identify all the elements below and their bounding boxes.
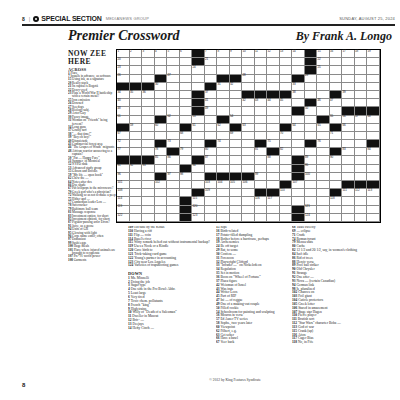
grid-cell[interactable] bbox=[130, 206, 143, 214]
grid-cell[interactable] bbox=[267, 214, 280, 222]
grid-cell[interactable] bbox=[355, 124, 368, 132]
grid-cell[interactable]: 94 bbox=[192, 165, 205, 173]
grid-cell[interactable] bbox=[155, 214, 168, 222]
grid-cell[interactable]: 63 bbox=[242, 124, 255, 132]
grid-cell[interactable] bbox=[142, 148, 155, 156]
grid-cell[interactable] bbox=[330, 206, 343, 214]
grid-cell[interactable] bbox=[317, 148, 330, 156]
grid-cell[interactable]: 43 bbox=[255, 99, 268, 107]
grid-cell[interactable]: 116 bbox=[255, 197, 268, 205]
grid-cell[interactable] bbox=[167, 124, 180, 132]
grid-cell[interactable] bbox=[267, 107, 280, 115]
grid-cell[interactable]: 66 bbox=[342, 124, 355, 132]
grid-cell[interactable] bbox=[267, 206, 280, 214]
grid-cell[interactable] bbox=[180, 156, 193, 164]
grid-cell[interactable] bbox=[305, 181, 318, 189]
grid-cell[interactable] bbox=[230, 156, 243, 164]
grid-cell[interactable]: 117 bbox=[267, 197, 280, 205]
grid-cell[interactable]: 124 bbox=[305, 214, 318, 222]
grid-cell[interactable] bbox=[230, 140, 243, 148]
grid-cell[interactable]: 76 bbox=[317, 140, 330, 148]
grid-cell[interactable] bbox=[142, 132, 155, 140]
grid-cell[interactable] bbox=[205, 165, 218, 173]
grid-cell[interactable] bbox=[355, 140, 368, 148]
grid-cell[interactable] bbox=[217, 66, 230, 74]
grid-cell[interactable]: 75 bbox=[267, 140, 280, 148]
grid-cell[interactable] bbox=[280, 165, 293, 173]
grid-cell[interactable] bbox=[317, 165, 330, 173]
grid-cell[interactable] bbox=[192, 132, 205, 140]
grid-cell[interactable] bbox=[242, 148, 255, 156]
grid-cell[interactable]: 46 bbox=[317, 99, 330, 107]
grid-cell[interactable] bbox=[192, 148, 205, 156]
grid-cell[interactable] bbox=[305, 132, 318, 140]
grid-cell[interactable] bbox=[255, 206, 268, 214]
grid-cell[interactable] bbox=[267, 124, 280, 132]
grid-cell[interactable] bbox=[367, 197, 380, 205]
grid-cell[interactable] bbox=[292, 66, 305, 74]
grid-cell[interactable]: 93 bbox=[142, 165, 155, 173]
grid-cell[interactable]: 44 bbox=[267, 99, 280, 107]
grid-cell[interactable] bbox=[355, 99, 368, 107]
grid-cell[interactable] bbox=[342, 58, 355, 66]
grid-cell[interactable] bbox=[330, 214, 343, 222]
grid-cell[interactable] bbox=[355, 197, 368, 205]
grid-cell[interactable] bbox=[155, 206, 168, 214]
grid-cell[interactable] bbox=[155, 91, 168, 99]
grid-cell[interactable] bbox=[142, 140, 155, 148]
grid-cell[interactable] bbox=[230, 58, 243, 66]
grid-cell[interactable] bbox=[205, 66, 218, 74]
grid-cell[interactable]: 73 bbox=[167, 140, 180, 148]
grid-cell[interactable] bbox=[330, 165, 343, 173]
grid-cell[interactable] bbox=[155, 197, 168, 205]
grid-cell[interactable] bbox=[142, 206, 155, 214]
grid-cell[interactable] bbox=[267, 75, 280, 83]
grid-cell[interactable] bbox=[317, 197, 330, 205]
grid-cell[interactable] bbox=[330, 173, 343, 181]
grid-cell[interactable]: 19 bbox=[367, 50, 380, 58]
grid-cell[interactable] bbox=[242, 107, 255, 115]
grid-cell[interactable]: 13 bbox=[280, 50, 293, 58]
grid-cell[interactable]: 59 bbox=[130, 124, 143, 132]
grid-cell[interactable] bbox=[355, 156, 368, 164]
grid-cell[interactable] bbox=[192, 181, 205, 189]
grid-cell[interactable]: 122 bbox=[117, 214, 130, 222]
grid-cell[interactable]: 42 bbox=[242, 99, 255, 107]
grid-cell[interactable] bbox=[130, 173, 143, 181]
grid-cell[interactable] bbox=[130, 66, 143, 74]
grid-cell[interactable] bbox=[180, 107, 193, 115]
grid-cell[interactable] bbox=[317, 107, 330, 115]
grid-cell[interactable] bbox=[142, 124, 155, 132]
grid-cell[interactable] bbox=[242, 197, 255, 205]
grid-cell[interactable] bbox=[280, 197, 293, 205]
grid-cell[interactable] bbox=[217, 214, 230, 222]
grid-cell[interactable]: 11 bbox=[255, 50, 268, 58]
grid-cell[interactable] bbox=[280, 214, 293, 222]
grid-cell[interactable] bbox=[142, 75, 155, 83]
grid-cell[interactable] bbox=[342, 173, 355, 181]
grid-cell[interactable] bbox=[342, 156, 355, 164]
grid-cell[interactable]: 74 bbox=[217, 140, 230, 148]
grid-cell[interactable]: 61 bbox=[192, 124, 205, 132]
grid-cell[interactable] bbox=[142, 197, 155, 205]
grid-cell[interactable]: 26 bbox=[117, 75, 130, 83]
grid-cell[interactable] bbox=[280, 116, 293, 124]
grid-cell[interactable] bbox=[230, 148, 243, 156]
grid-cell[interactable] bbox=[180, 66, 193, 74]
grid-cell[interactable] bbox=[367, 206, 380, 214]
grid-cell[interactable] bbox=[217, 189, 230, 197]
grid-cell[interactable]: 10 bbox=[242, 50, 255, 58]
grid-cell[interactable] bbox=[205, 124, 218, 132]
grid-cell[interactable] bbox=[280, 75, 293, 83]
grid-cell[interactable] bbox=[330, 83, 343, 91]
grid-cell[interactable] bbox=[292, 132, 305, 140]
grid-cell[interactable] bbox=[130, 140, 143, 148]
grid-cell[interactable] bbox=[167, 197, 180, 205]
grid-cell[interactable] bbox=[130, 189, 143, 197]
grid-cell[interactable] bbox=[305, 124, 318, 132]
grid-cell[interactable] bbox=[142, 189, 155, 197]
grid-cell[interactable]: 9 bbox=[230, 50, 243, 58]
grid-cell[interactable] bbox=[142, 107, 155, 115]
grid-cell[interactable] bbox=[142, 173, 155, 181]
grid-cell[interactable]: 79 bbox=[180, 148, 193, 156]
grid-cell[interactable]: 54 bbox=[230, 116, 243, 124]
grid-cell[interactable] bbox=[367, 124, 380, 132]
grid-cell[interactable] bbox=[230, 214, 243, 222]
grid-cell[interactable] bbox=[155, 66, 168, 74]
grid-cell[interactable] bbox=[330, 58, 343, 66]
grid-cell[interactable] bbox=[255, 107, 268, 115]
grid-cell[interactable]: 82 bbox=[280, 148, 293, 156]
grid-cell[interactable] bbox=[230, 206, 243, 214]
grid-cell[interactable]: 36 bbox=[142, 91, 155, 99]
grid-cell[interactable]: 107 bbox=[292, 181, 305, 189]
grid-cell[interactable] bbox=[155, 132, 168, 140]
grid-cell[interactable] bbox=[255, 181, 268, 189]
grid-cell[interactable] bbox=[317, 181, 330, 189]
grid-cell[interactable] bbox=[330, 66, 343, 74]
grid-cell[interactable]: 68 bbox=[180, 132, 193, 140]
grid-cell[interactable] bbox=[342, 132, 355, 140]
grid-cell[interactable] bbox=[317, 156, 330, 164]
grid-cell[interactable] bbox=[317, 206, 330, 214]
grid-cell[interactable] bbox=[130, 58, 143, 66]
grid-cell[interactable] bbox=[192, 140, 205, 148]
grid-cell[interactable] bbox=[367, 58, 380, 66]
grid-cell[interactable]: 92 bbox=[130, 165, 143, 173]
grid-cell[interactable] bbox=[217, 156, 230, 164]
grid-cell[interactable]: 113 bbox=[367, 189, 380, 197]
grid-cell[interactable]: 86 bbox=[167, 156, 180, 164]
grid-cell[interactable]: 8 bbox=[217, 50, 230, 58]
grid-cell[interactable] bbox=[330, 181, 343, 189]
grid-cell[interactable] bbox=[180, 83, 193, 91]
grid-cell[interactable]: 52 bbox=[167, 116, 180, 124]
grid-cell[interactable] bbox=[367, 132, 380, 140]
grid-cell[interactable]: 102 bbox=[155, 181, 168, 189]
grid-cell[interactable] bbox=[205, 75, 218, 83]
grid-cell[interactable] bbox=[355, 132, 368, 140]
grid-cell[interactable] bbox=[130, 148, 143, 156]
grid-cell[interactable] bbox=[317, 173, 330, 181]
grid-cell[interactable] bbox=[367, 75, 380, 83]
grid-cell[interactable] bbox=[355, 66, 368, 74]
grid-cell[interactable] bbox=[130, 75, 143, 83]
grid-cell[interactable]: 4 bbox=[155, 50, 168, 58]
grid-cell[interactable] bbox=[142, 181, 155, 189]
grid-cell[interactable] bbox=[280, 58, 293, 66]
grid-cell[interactable] bbox=[167, 83, 180, 91]
grid-cell[interactable] bbox=[130, 181, 143, 189]
grid-cell[interactable] bbox=[205, 116, 218, 124]
grid-cell[interactable] bbox=[255, 58, 268, 66]
grid-cell[interactable] bbox=[255, 75, 268, 83]
grid-cell[interactable] bbox=[317, 75, 330, 83]
grid-cell[interactable] bbox=[330, 140, 343, 148]
grid-cell[interactable] bbox=[342, 66, 355, 74]
grid-cell[interactable]: 12 bbox=[267, 50, 280, 58]
grid-cell[interactable] bbox=[367, 99, 380, 107]
grid-cell[interactable]: 77 bbox=[117, 148, 130, 156]
grid-cell[interactable] bbox=[242, 83, 255, 91]
grid-cell[interactable] bbox=[167, 181, 180, 189]
grid-cell[interactable] bbox=[292, 189, 305, 197]
grid-cell[interactable] bbox=[130, 132, 143, 140]
grid-cell[interactable] bbox=[267, 66, 280, 74]
grid-cell[interactable] bbox=[342, 165, 355, 173]
grid-cell[interactable] bbox=[130, 99, 143, 107]
grid-cell[interactable] bbox=[242, 140, 255, 148]
grid-cell[interactable]: 50 bbox=[305, 107, 318, 115]
grid-cell[interactable]: 5 bbox=[167, 50, 180, 58]
grid-cell[interactable] bbox=[242, 165, 255, 173]
grid-cell[interactable] bbox=[230, 99, 243, 107]
grid-cell[interactable] bbox=[292, 99, 305, 107]
grid-cell[interactable] bbox=[255, 214, 268, 222]
grid-cell[interactable] bbox=[205, 206, 218, 214]
grid-cell[interactable] bbox=[292, 148, 305, 156]
grid-cell[interactable] bbox=[205, 197, 218, 205]
grid-cell[interactable] bbox=[155, 189, 168, 197]
grid-cell[interactable] bbox=[192, 83, 205, 91]
grid-cell[interactable]: 29 bbox=[305, 75, 318, 83]
grid-cell[interactable]: 112 bbox=[355, 189, 368, 197]
grid-cell[interactable] bbox=[317, 189, 330, 197]
grid-cell[interactable] bbox=[242, 214, 255, 222]
grid-cell[interactable] bbox=[342, 75, 355, 83]
grid-cell[interactable] bbox=[167, 58, 180, 66]
grid-cell[interactable] bbox=[205, 132, 218, 140]
grid-cell[interactable]: 105 bbox=[230, 181, 243, 189]
grid-cell[interactable] bbox=[255, 124, 268, 132]
grid-cell[interactable]: 57 bbox=[355, 116, 368, 124]
grid-cell[interactable]: 6 bbox=[180, 50, 193, 58]
grid-cell[interactable] bbox=[142, 58, 155, 66]
grid-cell[interactable] bbox=[292, 197, 305, 205]
grid-cell[interactable] bbox=[230, 197, 243, 205]
grid-cell[interactable] bbox=[230, 66, 243, 74]
grid-cell[interactable] bbox=[317, 214, 330, 222]
grid-cell[interactable] bbox=[367, 83, 380, 91]
grid-cell[interactable] bbox=[130, 214, 143, 222]
grid-cell[interactable] bbox=[155, 99, 168, 107]
grid-cell[interactable] bbox=[180, 189, 193, 197]
grid-cell[interactable] bbox=[292, 140, 305, 148]
grid-cell[interactable] bbox=[355, 173, 368, 181]
grid-cell[interactable]: 64 bbox=[292, 124, 305, 132]
grid-cell[interactable]: 30 bbox=[155, 83, 168, 91]
grid-cell[interactable] bbox=[230, 189, 243, 197]
grid-cell[interactable]: 65 bbox=[317, 124, 330, 132]
grid-cell[interactable]: 27 bbox=[167, 75, 180, 83]
grid-cell[interactable] bbox=[242, 189, 255, 197]
grid-cell[interactable] bbox=[167, 189, 180, 197]
grid-cell[interactable]: 24 bbox=[192, 66, 205, 74]
grid-cell[interactable] bbox=[217, 58, 230, 66]
grid-cell[interactable] bbox=[255, 132, 268, 140]
grid-cell[interactable]: 123 bbox=[192, 214, 205, 222]
grid-cell[interactable]: 25 bbox=[317, 66, 330, 74]
grid-cell[interactable] bbox=[217, 91, 230, 99]
grid-cell[interactable] bbox=[267, 116, 280, 124]
grid-cell[interactable] bbox=[280, 206, 293, 214]
grid-cell[interactable] bbox=[217, 107, 230, 115]
grid-cell[interactable]: 32 bbox=[230, 83, 243, 91]
grid-cell[interactable] bbox=[305, 189, 318, 197]
grid-cell[interactable] bbox=[267, 58, 280, 66]
grid-cell[interactable]: 35 bbox=[130, 91, 143, 99]
grid-cell[interactable]: 83 bbox=[342, 148, 355, 156]
grid-cell[interactable]: 69 bbox=[230, 132, 243, 140]
grid-cell[interactable]: 100 bbox=[305, 173, 318, 181]
grid-cell[interactable] bbox=[367, 156, 380, 164]
grid-cell[interactable]: 99 bbox=[255, 173, 268, 181]
grid-cell[interactable] bbox=[317, 83, 330, 91]
grid-cell[interactable] bbox=[280, 66, 293, 74]
grid-cell[interactable] bbox=[342, 99, 355, 107]
grid-cell[interactable]: 118 bbox=[330, 197, 343, 205]
grid-cell[interactable] bbox=[355, 75, 368, 83]
grid-cell[interactable]: 3 bbox=[142, 50, 155, 58]
grid-cell[interactable]: 28 bbox=[242, 75, 255, 83]
grid-cell[interactable] bbox=[142, 214, 155, 222]
grid-cell[interactable] bbox=[292, 58, 305, 66]
grid-cell[interactable] bbox=[167, 99, 180, 107]
grid-cell[interactable]: 60 bbox=[155, 124, 168, 132]
grid-cell[interactable] bbox=[367, 214, 380, 222]
grid-cell[interactable]: 16 bbox=[330, 50, 343, 58]
grid-cell[interactable]: 90 bbox=[330, 156, 343, 164]
grid-cell[interactable]: 87 bbox=[205, 156, 218, 164]
grid-cell[interactable] bbox=[192, 173, 205, 181]
grid-cell[interactable] bbox=[167, 206, 180, 214]
grid-cell[interactable] bbox=[305, 116, 318, 124]
grid-cell[interactable] bbox=[367, 66, 380, 74]
grid-cell[interactable]: 55 bbox=[330, 116, 343, 124]
grid-cell[interactable]: 98 bbox=[180, 173, 193, 181]
grid-cell[interactable] bbox=[355, 58, 368, 66]
grid-cell[interactable] bbox=[305, 83, 318, 91]
grid-cell[interactable] bbox=[267, 173, 280, 181]
grid-cell[interactable]: 18 bbox=[355, 50, 368, 58]
grid-cell[interactable]: 106 bbox=[242, 181, 255, 189]
grid-cell[interactable] bbox=[355, 148, 368, 156]
grid-cell[interactable] bbox=[342, 206, 355, 214]
grid-cell[interactable]: 71 bbox=[330, 132, 343, 140]
grid-cell[interactable]: 38 bbox=[292, 91, 305, 99]
grid-cell[interactable] bbox=[230, 91, 243, 99]
grid-cell[interactable]: 45 bbox=[280, 99, 293, 107]
grid-cell[interactable]: 110 bbox=[280, 189, 293, 197]
grid-cell[interactable]: 51 bbox=[117, 116, 130, 124]
grid-cell[interactable] bbox=[180, 116, 193, 124]
grid-cell[interactable] bbox=[180, 58, 193, 66]
grid-cell[interactable] bbox=[155, 58, 168, 66]
grid-cell[interactable] bbox=[180, 99, 193, 107]
grid-cell[interactable] bbox=[367, 173, 380, 181]
grid-cell[interactable] bbox=[142, 66, 155, 74]
grid-cell[interactable] bbox=[280, 83, 293, 91]
grid-cell[interactable]: 70 bbox=[280, 132, 293, 140]
grid-cell[interactable] bbox=[255, 156, 268, 164]
grid-cell[interactable] bbox=[255, 66, 268, 74]
grid-cell[interactable] bbox=[242, 206, 255, 214]
grid-cell[interactable] bbox=[355, 206, 368, 214]
grid-cell[interactable] bbox=[280, 156, 293, 164]
grid-cell[interactable] bbox=[167, 214, 180, 222]
grid-cell[interactable] bbox=[355, 83, 368, 91]
grid-cell[interactable]: 31 bbox=[217, 83, 230, 91]
grid-cell[interactable] bbox=[142, 116, 155, 124]
grid-cell[interactable] bbox=[355, 165, 368, 173]
grid-cell[interactable]: 88 bbox=[267, 156, 280, 164]
grid-cell[interactable] bbox=[217, 99, 230, 107]
grid-cell[interactable] bbox=[205, 214, 218, 222]
grid-cell[interactable] bbox=[305, 91, 318, 99]
grid-cell[interactable] bbox=[267, 83, 280, 91]
grid-cell[interactable]: 62 bbox=[217, 124, 230, 132]
grid-cell[interactable] bbox=[242, 58, 255, 66]
grid-cell[interactable]: 17 bbox=[342, 50, 355, 58]
grid-cell[interactable] bbox=[155, 165, 168, 173]
grid-cell[interactable]: 39 bbox=[342, 91, 355, 99]
grid-cell[interactable] bbox=[217, 165, 230, 173]
grid-cell[interactable] bbox=[130, 107, 143, 115]
grid-cell[interactable] bbox=[280, 107, 293, 115]
grid-cell[interactable]: 47 bbox=[330, 99, 343, 107]
grid-cell[interactable] bbox=[342, 214, 355, 222]
grid-cell[interactable]: 49 bbox=[205, 107, 218, 115]
grid-cell[interactable] bbox=[142, 99, 155, 107]
grid-cell[interactable] bbox=[330, 75, 343, 83]
grid-cell[interactable] bbox=[367, 165, 380, 173]
grid-cell[interactable] bbox=[342, 197, 355, 205]
grid-cell[interactable] bbox=[217, 197, 230, 205]
grid-cell[interactable] bbox=[180, 91, 193, 99]
grid-cell[interactable]: 104 bbox=[217, 181, 230, 189]
grid-cell[interactable] bbox=[242, 132, 255, 140]
grid-cell[interactable] bbox=[230, 165, 243, 173]
grid-cell[interactable] bbox=[180, 181, 193, 189]
grid-cell[interactable] bbox=[167, 91, 180, 99]
grid-cell[interactable]: 81 bbox=[255, 148, 268, 156]
grid-cell[interactable]: 97 bbox=[167, 173, 180, 181]
grid-cell[interactable] bbox=[355, 91, 368, 99]
